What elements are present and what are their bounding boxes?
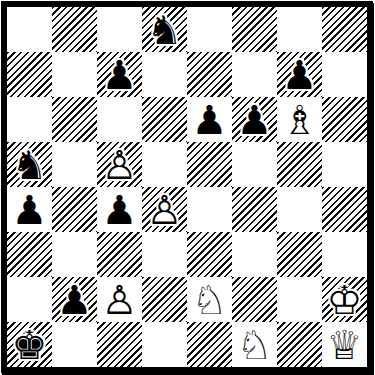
square-a4[interactable]: ♟♟ (7, 187, 52, 232)
black-pawn[interactable]: ♟♟ (232, 97, 277, 142)
white-king-glyph: ♔ (322, 277, 367, 322)
white-king[interactable]: ♚♔ (322, 277, 367, 322)
square-g5[interactable] (277, 142, 322, 187)
square-c1[interactable] (97, 322, 142, 367)
square-d4[interactable]: ♟♙ (142, 187, 187, 232)
square-g3[interactable] (277, 232, 322, 277)
square-a1[interactable]: ♚♚ (7, 322, 52, 367)
square-f5[interactable] (232, 142, 277, 187)
square-c6[interactable] (97, 97, 142, 142)
black-pawn[interactable]: ♟♟ (52, 277, 97, 322)
square-h6[interactable] (322, 97, 367, 142)
square-a7[interactable] (7, 52, 52, 97)
white-pawn-glyph: ♙ (97, 277, 142, 322)
square-h4[interactable] (322, 187, 367, 232)
white-knight[interactable]: ♞♘ (232, 322, 277, 367)
square-c3[interactable] (97, 232, 142, 277)
white-queen[interactable]: ♛♕ (322, 322, 367, 367)
square-h5[interactable] (322, 142, 367, 187)
square-c2[interactable]: ♟♙ (97, 277, 142, 322)
square-e1[interactable] (187, 322, 232, 367)
square-g4[interactable] (277, 187, 322, 232)
square-e6[interactable]: ♟♟ (187, 97, 232, 142)
black-pawn[interactable]: ♟♟ (97, 187, 142, 232)
square-d5[interactable] (142, 142, 187, 187)
square-b7[interactable] (52, 52, 97, 97)
square-c5[interactable]: ♟♙ (97, 142, 142, 187)
square-h3[interactable] (322, 232, 367, 277)
black-king[interactable]: ♚♚ (7, 322, 52, 367)
square-d6[interactable] (142, 97, 187, 142)
square-f3[interactable] (232, 232, 277, 277)
square-d2[interactable] (142, 277, 187, 322)
square-e4[interactable] (187, 187, 232, 232)
square-f2[interactable] (232, 277, 277, 322)
white-queen-glyph: ♕ (322, 322, 367, 367)
square-f6[interactable]: ♟♟ (232, 97, 277, 142)
square-g1[interactable] (277, 322, 322, 367)
square-g6[interactable]: ♝♗ (277, 97, 322, 142)
square-g7[interactable]: ♟♟ (277, 52, 322, 97)
white-pawn[interactable]: ♟♙ (142, 187, 187, 232)
square-e5[interactable] (187, 142, 232, 187)
white-pawn-glyph: ♙ (142, 187, 187, 232)
white-knight-glyph: ♘ (232, 322, 277, 367)
square-d7[interactable] (142, 52, 187, 97)
square-h1[interactable]: ♛♕ (322, 322, 367, 367)
square-e8[interactable] (187, 7, 232, 52)
black-pawn[interactable]: ♟♟ (97, 52, 142, 97)
square-d3[interactable] (142, 232, 187, 277)
white-pawn[interactable]: ♟♙ (97, 277, 142, 322)
square-c4[interactable]: ♟♟ (97, 187, 142, 232)
square-a8[interactable] (7, 7, 52, 52)
square-d1[interactable] (142, 322, 187, 367)
square-b4[interactable] (52, 187, 97, 232)
square-f8[interactable] (232, 7, 277, 52)
square-h8[interactable] (322, 7, 367, 52)
square-b5[interactable] (52, 142, 97, 187)
square-f7[interactable] (232, 52, 277, 97)
square-h7[interactable] (322, 52, 367, 97)
square-g8[interactable] (277, 7, 322, 52)
white-knight-glyph: ♘ (187, 277, 232, 322)
square-a5[interactable]: ♞♞ (7, 142, 52, 187)
black-knight-glyph: ♞ (7, 142, 52, 187)
white-bishop[interactable]: ♝♗ (277, 97, 322, 142)
black-king-glyph: ♚ (7, 322, 52, 367)
black-pawn[interactable]: ♟♟ (7, 187, 52, 232)
white-knight[interactable]: ♞♘ (187, 277, 232, 322)
black-pawn-glyph: ♟ (97, 52, 142, 97)
black-pawn-glyph: ♟ (52, 277, 97, 322)
chess-diagram: ♞♞♟♟♟♟♟♟♟♟♝♗♞♞♟♙♟♟♟♟♟♙♟♟♟♙♞♘♚♔♚♚♞♘♛♕ (1, 1, 373, 373)
square-f4[interactable] (232, 187, 277, 232)
black-knight[interactable]: ♞♞ (7, 142, 52, 187)
square-b3[interactable] (52, 232, 97, 277)
square-d8[interactable]: ♞♞ (142, 7, 187, 52)
black-knight[interactable]: ♞♞ (142, 7, 187, 52)
black-knight-glyph: ♞ (142, 7, 187, 52)
square-e7[interactable] (187, 52, 232, 97)
square-b2[interactable]: ♟♟ (52, 277, 97, 322)
square-e2[interactable]: ♞♘ (187, 277, 232, 322)
white-pawn-glyph: ♙ (97, 142, 142, 187)
black-pawn[interactable]: ♟♟ (277, 52, 322, 97)
square-c8[interactable] (97, 7, 142, 52)
black-pawn-glyph: ♟ (97, 187, 142, 232)
chess-board: ♞♞♟♟♟♟♟♟♟♟♝♗♞♞♟♙♟♟♟♟♟♙♟♟♟♙♞♘♚♔♚♚♞♘♛♕ (7, 7, 367, 367)
square-a3[interactable] (7, 232, 52, 277)
white-pawn[interactable]: ♟♙ (97, 142, 142, 187)
white-bishop-glyph: ♗ (277, 97, 322, 142)
square-b6[interactable] (52, 97, 97, 142)
square-a2[interactable] (7, 277, 52, 322)
black-pawn[interactable]: ♟♟ (187, 97, 232, 142)
black-pawn-glyph: ♟ (277, 52, 322, 97)
square-b1[interactable] (52, 322, 97, 367)
black-pawn-glyph: ♟ (232, 97, 277, 142)
square-b8[interactable] (52, 7, 97, 52)
square-f1[interactable]: ♞♘ (232, 322, 277, 367)
black-pawn-glyph: ♟ (7, 187, 52, 232)
black-pawn-glyph: ♟ (187, 97, 232, 142)
square-g2[interactable] (277, 277, 322, 322)
square-c7[interactable]: ♟♟ (97, 52, 142, 97)
square-a6[interactable] (7, 97, 52, 142)
square-e3[interactable] (187, 232, 232, 277)
square-h2[interactable]: ♚♔ (322, 277, 367, 322)
